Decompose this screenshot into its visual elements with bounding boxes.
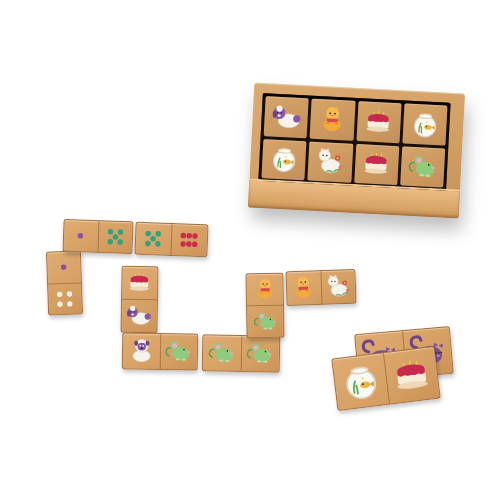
domino-loose-front-half2-cake: [382, 347, 439, 404]
domino-pic-vertical-left-half1-cake: [122, 267, 158, 300]
domino-pic-horizontal-3-half1-cat-orange: [286, 271, 321, 305]
mouse-green-icon: [241, 336, 279, 372]
domino-dot-horizontal-2[interactable]: [134, 222, 208, 258]
dog-purple-icon: [264, 96, 309, 138]
domino-pic-horizontal-1[interactable]: [122, 332, 199, 370]
domino-dot-vertical[interactable]: [46, 250, 83, 315]
domino-pic-horizontal-1-half1-dog-pug: [123, 333, 160, 369]
domino-dot-horizontal-1[interactable]: [62, 219, 133, 254]
domino-pic-vertical-right-half2-mouse-green: [247, 305, 284, 338]
cat-orange-icon: [286, 271, 321, 305]
box-tile-r2c4-mouse-green[interactable]: [400, 146, 445, 188]
cat-white-icon: [321, 270, 356, 304]
storage-box: [248, 83, 465, 219]
white-4-dots-icon: [48, 283, 82, 315]
storage-box-body: [248, 83, 465, 219]
box-tile-r1c4-fishbowl[interactable]: [402, 103, 447, 145]
domino-pic-horizontal-2[interactable]: [202, 334, 281, 372]
purple-1-dots-icon: [47, 251, 81, 283]
domino-pic-vertical-left[interactable]: [120, 266, 158, 334]
domino-loose-front[interactable]: [331, 346, 441, 411]
domino-pic-horizontal-3[interactable]: [285, 269, 356, 306]
cat-white-icon: [308, 141, 353, 183]
domino-pic-horizontal-2-half2-mouse-green: [240, 336, 279, 372]
box-tile-r2c2-cat-white[interactable]: [308, 141, 353, 183]
fishbowl-icon: [261, 139, 306, 181]
domino-pic-horizontal-3-half2-cat-white: [320, 270, 356, 304]
box-tile-r1c2-cat-orange[interactable]: [310, 99, 355, 141]
cat-orange-icon: [246, 274, 283, 306]
domino-pic-horizontal-1-half2-mouse-green: [159, 334, 197, 370]
domino-dot-horizontal-2-half1-green-5-dots: [135, 223, 171, 255]
cat-orange-icon: [310, 99, 355, 141]
red-6-dots-icon: [171, 224, 207, 256]
fishbowl-icon: [402, 103, 447, 145]
mouse-green-icon: [400, 146, 445, 188]
mouse-green-icon: [160, 334, 197, 370]
domino-pic-vertical-right[interactable]: [245, 273, 284, 339]
dog-pug-icon: [123, 333, 160, 369]
cake-icon: [122, 267, 158, 300]
cake-icon: [356, 101, 401, 143]
green-5-dots-icon: [98, 221, 133, 253]
domino-dot-vertical-half1-purple-1-dots: [47, 251, 81, 283]
domino-pic-vertical-left-half2-dog-purple: [121, 299, 157, 333]
box-tile-r2c1-fishbowl[interactable]: [261, 139, 306, 181]
box-tile-r2c3-cake[interactable]: [354, 143, 399, 185]
domino-dot-horizontal-1-half2-green-5-dots: [97, 221, 133, 253]
dog-purple-icon: [121, 300, 157, 333]
storage-box-interior: [258, 93, 450, 191]
mouse-green-icon: [247, 306, 284, 338]
box-tile-r1c3-cake[interactable]: [356, 101, 401, 143]
cake-icon: [383, 347, 439, 404]
domino-loose-front-half1-fishbowl: [332, 353, 388, 410]
domino-dot-vertical-half2-white-4-dots: [48, 282, 82, 315]
box-tile-grid: [261, 96, 447, 187]
domino-dot-horizontal-1-half1-purple-1-dots: [63, 220, 98, 252]
cake-icon: [354, 143, 399, 185]
box-tile-r1c1-dog-purple[interactable]: [264, 96, 309, 138]
domino-pic-horizontal-2-half1-mouse-green: [203, 335, 241, 371]
green-5-dots-icon: [135, 223, 171, 255]
fishbowl-icon: [332, 353, 388, 410]
mouse-green-icon: [203, 335, 241, 371]
domino-pic-vertical-right-half1-cat-orange: [246, 274, 283, 306]
domino-dot-horizontal-2-half2-red-6-dots: [170, 224, 207, 256]
product-photo-scene: [0, 0, 500, 500]
purple-1-dots-icon: [63, 220, 98, 252]
